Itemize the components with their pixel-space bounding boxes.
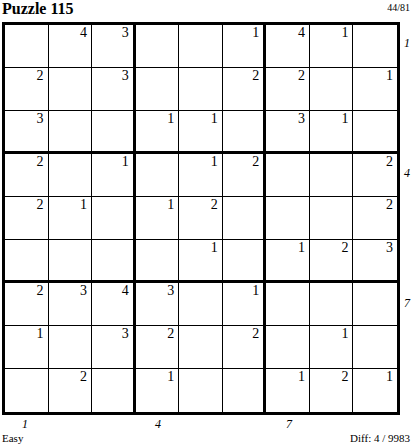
cell-r8c2[interactable] <box>49 326 93 369</box>
cell-r4c1[interactable]: 2 <box>5 154 49 197</box>
cell-r9c2[interactable]: 2 <box>49 369 93 412</box>
cell-r1c9[interactable] <box>353 25 397 68</box>
clue-digit: 1 <box>298 240 305 256</box>
cell-r5c4[interactable]: 1 <box>136 197 180 240</box>
clue-digit: 3 <box>122 25 129 41</box>
difficulty-stat: Diff: 4 / 9983 <box>350 432 410 444</box>
cell-r9c3[interactable] <box>92 369 136 412</box>
cell-r5c3[interactable] <box>92 197 136 240</box>
clue-digit: 3 <box>298 111 305 127</box>
cell-r9c7[interactable]: 1 <box>266 369 310 412</box>
cell-r1c8[interactable]: 1 <box>310 25 354 68</box>
cell-r6c9[interactable]: 3 <box>353 240 397 283</box>
clue-digit: 2 <box>211 197 218 213</box>
cell-r2c4[interactable] <box>136 68 180 111</box>
cell-r3c3[interactable] <box>92 111 136 154</box>
cell-r7c5[interactable] <box>179 283 223 326</box>
clue-digit: 3 <box>122 326 129 342</box>
cell-r1c5[interactable] <box>179 25 223 68</box>
cell-r3c9[interactable] <box>353 111 397 154</box>
cell-r6c7[interactable]: 1 <box>266 240 310 283</box>
clue-digit: 1 <box>341 326 348 342</box>
cell-r9c8[interactable]: 2 <box>310 369 354 412</box>
cell-r5c7[interactable] <box>266 197 310 240</box>
col-label-7: 7 <box>286 417 292 432</box>
cell-r1c4[interactable] <box>136 25 180 68</box>
cell-r7c2[interactable]: 3 <box>49 283 93 326</box>
page-title: Puzzle 115 <box>2 0 74 18</box>
difficulty-label: Easy <box>2 432 23 444</box>
clue-digit: 1 <box>211 111 218 127</box>
cell-r1c6[interactable]: 1 <box>223 25 267 68</box>
cell-r2c7[interactable]: 2 <box>266 68 310 111</box>
cell-r3c6[interactable] <box>223 111 267 154</box>
cell-r7c6[interactable]: 1 <box>223 283 267 326</box>
cell-r5c9[interactable]: 2 <box>353 197 397 240</box>
clue-digit: 3 <box>167 283 174 299</box>
cell-r4c5[interactable]: 1 <box>179 154 223 197</box>
cell-r9c4[interactable]: 1 <box>136 369 180 412</box>
cell-r7c7[interactable] <box>266 283 310 326</box>
cell-r3c7[interactable]: 3 <box>266 111 310 154</box>
clue-digit: 1 <box>80 197 87 213</box>
clue-digit: 1 <box>252 283 259 299</box>
clue-digit: 2 <box>298 68 305 84</box>
cell-r3c2[interactable] <box>49 111 93 154</box>
clue-digit: 2 <box>37 154 44 170</box>
cell-r1c1[interactable] <box>5 25 49 68</box>
clue-digit: 3 <box>386 240 393 256</box>
clue-digit: 1 <box>211 240 218 256</box>
clue-digit: 2 <box>37 283 44 299</box>
cell-r9c9[interactable]: 1 <box>353 369 397 412</box>
cell-r8c4[interactable]: 2 <box>136 326 180 369</box>
cell-r2c3[interactable]: 3 <box>92 68 136 111</box>
clue-digit: 1 <box>386 68 393 84</box>
clue-digit: 1 <box>167 197 174 213</box>
cell-r7c8[interactable] <box>310 283 354 326</box>
clue-digit: 1 <box>37 326 44 342</box>
cell-r9c6[interactable] <box>223 369 267 412</box>
cell-r2c9[interactable]: 1 <box>353 68 397 111</box>
cell-r2c2[interactable] <box>49 68 93 111</box>
cell-r4c9[interactable]: 2 <box>353 154 397 197</box>
clue-digit: 2 <box>341 369 348 385</box>
cell-r6c6[interactable] <box>223 240 267 283</box>
clue-digit: 4 <box>80 25 87 41</box>
cell-r7c9[interactable] <box>353 283 397 326</box>
cell-r6c5[interactable]: 1 <box>179 240 223 283</box>
cell-r8c9[interactable] <box>353 326 397 369</box>
cell-r8c6[interactable]: 2 <box>223 326 267 369</box>
clue-digit: 3 <box>80 283 87 299</box>
clue-digit: 3 <box>122 68 129 84</box>
col-label-4: 4 <box>155 417 161 432</box>
cell-r6c4[interactable] <box>136 240 180 283</box>
clue-digit: 3 <box>37 111 44 127</box>
cell-r2c5[interactable] <box>179 68 223 111</box>
cell-r1c2[interactable]: 4 <box>49 25 93 68</box>
clue-counter: 44/81 <box>387 2 410 13</box>
cell-r7c3[interactable]: 4 <box>92 283 136 326</box>
cell-r9c5[interactable] <box>179 369 223 412</box>
clue-digit: 1 <box>252 25 259 41</box>
cell-r7c1[interactable]: 2 <box>5 283 49 326</box>
cell-r6c1[interactable] <box>5 240 49 283</box>
cell-r2c1[interactable]: 2 <box>5 68 49 111</box>
cell-r1c3[interactable]: 3 <box>92 25 136 68</box>
clue-digit: 2 <box>80 369 87 385</box>
clue-digit: 1 <box>167 369 174 385</box>
puzzle-page: Puzzle 115 44/81 43141232213113121122211… <box>0 0 412 446</box>
cell-r3c4[interactable]: 1 <box>136 111 180 154</box>
cell-r8c5[interactable] <box>179 326 223 369</box>
cell-r6c2[interactable] <box>49 240 93 283</box>
clue-digit: 1 <box>341 111 348 127</box>
cell-r7c4[interactable]: 3 <box>136 283 180 326</box>
cell-r4c8[interactable] <box>310 154 354 197</box>
clue-digit: 1 <box>122 154 129 170</box>
cell-r1c7[interactable]: 4 <box>266 25 310 68</box>
cell-r6c3[interactable] <box>92 240 136 283</box>
cell-r4c3[interactable]: 1 <box>92 154 136 197</box>
cell-r4c4[interactable] <box>136 154 180 197</box>
cell-r8c3[interactable]: 3 <box>92 326 136 369</box>
cell-r8c7[interactable] <box>266 326 310 369</box>
row-label-1: 1 <box>404 36 410 51</box>
clue-digit: 2 <box>341 240 348 256</box>
row-label-7: 7 <box>404 296 410 311</box>
cell-r2c8[interactable] <box>310 68 354 111</box>
clue-digit: 2 <box>37 68 44 84</box>
clue-digit: 1 <box>386 369 393 385</box>
cell-r4c2[interactable] <box>49 154 93 197</box>
cell-r6c8[interactable]: 2 <box>310 240 354 283</box>
clue-digit: 1 <box>341 25 348 41</box>
cell-r2c6[interactable]: 2 <box>223 68 267 111</box>
cell-r5c2[interactable]: 1 <box>49 197 93 240</box>
clue-digit: 2 <box>37 197 44 213</box>
cell-r4c7[interactable] <box>266 154 310 197</box>
cell-r3c1[interactable]: 3 <box>5 111 49 154</box>
clue-digit: 4 <box>122 283 129 299</box>
cell-r3c5[interactable]: 1 <box>179 111 223 154</box>
cell-r8c8[interactable]: 1 <box>310 326 354 369</box>
clue-digit: 2 <box>386 154 393 170</box>
sudoku-board: 4314123221311312112221122112323431132212… <box>2 22 400 415</box>
clue-digit: 2 <box>252 68 259 84</box>
clue-digit: 2 <box>252 326 259 342</box>
cell-r9c1[interactable] <box>5 369 49 412</box>
cell-r5c8[interactable] <box>310 197 354 240</box>
clue-digit: 2 <box>167 326 174 342</box>
cell-r5c1[interactable]: 2 <box>5 197 49 240</box>
cell-r5c5[interactable]: 2 <box>179 197 223 240</box>
row-label-4: 4 <box>404 166 410 181</box>
clue-digit: 2 <box>386 197 393 213</box>
cell-r3c8[interactable]: 1 <box>310 111 354 154</box>
cell-r5c6[interactable] <box>223 197 267 240</box>
clue-digit: 1 <box>298 369 305 385</box>
col-label-1: 1 <box>22 417 28 432</box>
clue-digit: 1 <box>211 154 218 170</box>
cell-r8c1[interactable]: 1 <box>5 326 49 369</box>
cell-r4c6[interactable]: 2 <box>223 154 267 197</box>
clue-digit: 4 <box>298 25 305 41</box>
clue-digit: 1 <box>167 111 174 127</box>
clue-digit: 2 <box>252 154 259 170</box>
